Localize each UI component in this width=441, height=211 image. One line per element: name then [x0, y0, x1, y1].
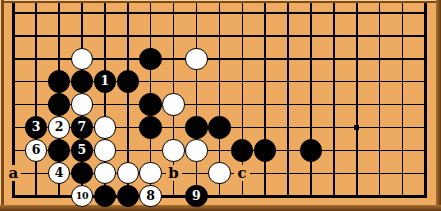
intersection: [162, 24, 185, 47]
stone-black: [117, 70, 139, 92]
intersection: [162, 185, 185, 208]
stone-white-move-8: 8: [139, 185, 161, 207]
intersection: [25, 185, 48, 208]
move-number: 2: [55, 121, 64, 134]
intersection: [208, 2, 231, 25]
stone-white: [94, 116, 116, 138]
intersection: [391, 93, 414, 116]
intersection: [25, 162, 48, 185]
intersection: [391, 162, 414, 185]
intersection: [185, 24, 208, 47]
stone-white: [71, 48, 93, 70]
stone-black: [254, 139, 276, 161]
intersection: [414, 47, 437, 70]
intersection: [277, 93, 300, 116]
intersection: [116, 47, 139, 70]
intersection: [25, 24, 48, 47]
intersection: [71, 47, 94, 70]
intersection: [368, 116, 391, 139]
intersection: [277, 185, 300, 208]
move-number: 6: [32, 144, 41, 157]
intersection: [162, 70, 185, 93]
intersection: [139, 2, 162, 25]
intersection: [345, 116, 368, 139]
intersection: [139, 47, 162, 70]
intersection: [116, 185, 139, 208]
stone-black: [71, 162, 93, 184]
intersection: [116, 93, 139, 116]
intersection: [139, 139, 162, 162]
intersection: [93, 93, 116, 116]
intersection: [391, 185, 414, 208]
stone-black: [139, 48, 161, 70]
move-number: 8: [146, 190, 155, 203]
stone-black-move-1: 1: [94, 70, 116, 92]
intersection: [93, 24, 116, 47]
intersection: [277, 70, 300, 93]
intersection: [254, 2, 277, 25]
intersection: [414, 162, 437, 185]
intersection: [299, 162, 322, 185]
intersection: [208, 70, 231, 93]
intersection: [299, 185, 322, 208]
intersection: 3: [25, 116, 48, 139]
intersection: [25, 2, 48, 25]
intersection: a: [2, 162, 25, 185]
intersection: [116, 2, 139, 25]
intersection: [414, 93, 437, 116]
intersection: [277, 2, 300, 25]
intersection: [345, 139, 368, 162]
intersection: [185, 162, 208, 185]
intersection: [414, 70, 437, 93]
intersection: [414, 24, 437, 47]
intersection: b: [162, 162, 185, 185]
intersection: [208, 47, 231, 70]
intersection: [231, 47, 254, 70]
intersection: 6: [25, 139, 48, 162]
intersection: [299, 24, 322, 47]
intersection: [345, 162, 368, 185]
move-number: 10: [76, 191, 88, 201]
intersection: [231, 24, 254, 47]
intersection: [25, 47, 48, 70]
intersection: [322, 185, 345, 208]
stone-black: [208, 116, 230, 138]
intersection: [93, 2, 116, 25]
stone-white-move-2: 2: [48, 116, 70, 138]
intersection: [2, 2, 25, 25]
intersection: [299, 139, 322, 162]
intersection: [185, 139, 208, 162]
intersection: 1: [93, 70, 116, 93]
intersection: [277, 162, 300, 185]
stone-white: [94, 162, 116, 184]
intersection: [139, 93, 162, 116]
intersection: [414, 139, 437, 162]
stone-white: [162, 93, 184, 115]
move-number: 9: [192, 190, 201, 203]
intersection: [322, 116, 345, 139]
intersection: [231, 139, 254, 162]
intersection: [299, 2, 322, 25]
intersection: [116, 24, 139, 47]
intersection: [208, 116, 231, 139]
stone-white: [162, 139, 184, 161]
intersection: [391, 139, 414, 162]
intersection: [254, 47, 277, 70]
intersection: [162, 116, 185, 139]
intersection: [185, 70, 208, 93]
intersection: [277, 47, 300, 70]
intersection: [414, 185, 437, 208]
intersection: [2, 24, 25, 47]
intersection: [322, 139, 345, 162]
intersection: [345, 2, 368, 25]
intersection: [162, 93, 185, 116]
intersection: [345, 185, 368, 208]
intersection: [391, 24, 414, 47]
intersection: [71, 93, 94, 116]
intersection: [93, 116, 116, 139]
intersection: [345, 93, 368, 116]
intersection: [254, 93, 277, 116]
intersection: [254, 162, 277, 185]
stone-black: [117, 185, 139, 207]
intersection: [48, 139, 71, 162]
intersection: [368, 70, 391, 93]
intersection: [254, 70, 277, 93]
move-number: 7: [78, 121, 87, 134]
intersection: [368, 139, 391, 162]
intersection: [185, 47, 208, 70]
intersection: 2: [48, 116, 71, 139]
intersection: [2, 185, 25, 208]
intersection: [139, 70, 162, 93]
intersection: [71, 2, 94, 25]
intersection: [48, 24, 71, 47]
intersection: [368, 2, 391, 25]
stone-black: [94, 185, 116, 207]
intersection: [116, 70, 139, 93]
intersection: [48, 93, 71, 116]
intersection: [345, 24, 368, 47]
intersection: [322, 93, 345, 116]
intersection: [322, 162, 345, 185]
intersection: [185, 116, 208, 139]
intersection: [208, 162, 231, 185]
intersection: [277, 24, 300, 47]
intersection: [368, 162, 391, 185]
intersection: [48, 2, 71, 25]
intersection: 10: [71, 185, 94, 208]
intersection: [139, 116, 162, 139]
intersection: [93, 162, 116, 185]
intersection: [2, 93, 25, 116]
intersection: [254, 24, 277, 47]
stone-white: [185, 139, 207, 161]
intersection: 5: [71, 139, 94, 162]
intersection: [254, 139, 277, 162]
intersection: [322, 70, 345, 93]
intersection: [139, 162, 162, 185]
intersection: [162, 2, 185, 25]
intersection: [48, 70, 71, 93]
intersection: [391, 116, 414, 139]
intersection: [93, 47, 116, 70]
intersection: [368, 185, 391, 208]
intersection: [368, 24, 391, 47]
intersection: [116, 116, 139, 139]
intersection: [208, 93, 231, 116]
intersection: [322, 24, 345, 47]
intersection: [299, 116, 322, 139]
go-board: 132765a4bc1089: [2, 2, 437, 208]
intersection: [391, 2, 414, 25]
intersection: 8: [139, 185, 162, 208]
stone-black: [48, 139, 70, 161]
intersection: [231, 185, 254, 208]
stone-black: [231, 139, 253, 161]
intersection: [254, 116, 277, 139]
intersection: [277, 116, 300, 139]
stone-black: [48, 93, 70, 115]
stone-black: [139, 116, 161, 138]
stone-white: [139, 162, 161, 184]
stone-black-move-7: 7: [71, 116, 93, 138]
move-number: 5: [78, 144, 87, 157]
stone-white: [208, 162, 230, 184]
stone-white-move-4: 4: [48, 162, 70, 184]
stone-black: [300, 139, 322, 161]
intersection: [2, 116, 25, 139]
intersection: [414, 116, 437, 139]
intersection: [2, 70, 25, 93]
intersection: [391, 47, 414, 70]
intersection: [185, 93, 208, 116]
intersection: [231, 2, 254, 25]
stone-white: [94, 139, 116, 161]
point-label-c: c: [234, 165, 250, 181]
intersection: [368, 93, 391, 116]
intersection: [2, 139, 25, 162]
intersection: [299, 47, 322, 70]
stone-white: [185, 48, 207, 70]
stone-black: [71, 70, 93, 92]
intersection: [162, 139, 185, 162]
intersection: [162, 47, 185, 70]
intersection: [71, 24, 94, 47]
intersection: [71, 70, 94, 93]
intersection: [116, 139, 139, 162]
intersection: 7: [71, 116, 94, 139]
intersection: [231, 70, 254, 93]
intersection: [299, 93, 322, 116]
go-diagram: 132765a4bc1089: [0, 0, 441, 211]
stone-black-move-9: 9: [185, 185, 207, 207]
intersection: [345, 47, 368, 70]
intersection: [48, 185, 71, 208]
point-label-b: b: [166, 165, 182, 181]
intersection: [391, 70, 414, 93]
intersection: [71, 162, 94, 185]
intersection: [208, 24, 231, 47]
intersection: [414, 2, 437, 25]
intersection: [116, 162, 139, 185]
intersection: [93, 185, 116, 208]
intersection: [299, 70, 322, 93]
intersection: 9: [185, 185, 208, 208]
stone-black-move-3: 3: [25, 116, 47, 138]
intersection: c: [231, 162, 254, 185]
stone-black: [185, 116, 207, 138]
point-label-a: a: [5, 165, 21, 181]
stone-black: [48, 70, 70, 92]
move-number: 1: [101, 75, 110, 88]
move-number: 4: [55, 167, 64, 180]
intersection: [48, 47, 71, 70]
intersection: [185, 2, 208, 25]
intersection: [208, 185, 231, 208]
stone-white: [71, 93, 93, 115]
stone-white-move-6: 6: [25, 139, 47, 161]
stone-black-move-5: 5: [71, 139, 93, 161]
stone-black: [139, 93, 161, 115]
move-number: 3: [32, 121, 41, 134]
intersection: [254, 185, 277, 208]
intersection: 4: [48, 162, 71, 185]
intersection: [139, 24, 162, 47]
stone-white-move-10: 10: [71, 185, 93, 207]
intersection: [2, 47, 25, 70]
intersection: [93, 139, 116, 162]
intersection: [322, 2, 345, 25]
intersection: [208, 139, 231, 162]
intersection: [25, 93, 48, 116]
intersection: [277, 139, 300, 162]
intersection: [322, 47, 345, 70]
stone-white: [117, 162, 139, 184]
intersection: [231, 93, 254, 116]
intersection: [231, 116, 254, 139]
intersection: [368, 47, 391, 70]
intersection: [345, 70, 368, 93]
intersection: [25, 70, 48, 93]
